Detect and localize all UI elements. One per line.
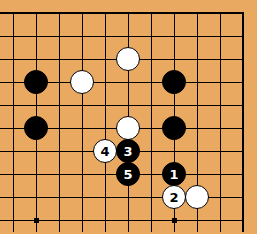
white-stone [116, 47, 140, 71]
board-frame-bottom-light [0, 232, 257, 234]
black-stone-move-1: 1 [162, 162, 186, 186]
black-stone [162, 70, 186, 94]
white-stone [70, 70, 94, 94]
board-grid[interactable]: 43512 [2, 2, 255, 232]
board-frame-left-dark [0, 0, 1, 234]
white-stone [185, 185, 209, 209]
white-stone [116, 116, 140, 140]
board-frame-top-dark [0, 2, 257, 4]
go-board[interactable]: 43512 [0, 0, 257, 234]
black-stone-move-5: 5 [116, 162, 140, 186]
black-stone-move-3: 3 [116, 139, 140, 163]
black-stone [24, 116, 48, 140]
black-stone [24, 70, 48, 94]
white-stone-move-2: 2 [162, 185, 186, 209]
board-frame-right-dark [254, 0, 257, 234]
white-stone-move-4: 4 [93, 139, 117, 163]
black-stone [162, 116, 186, 140]
